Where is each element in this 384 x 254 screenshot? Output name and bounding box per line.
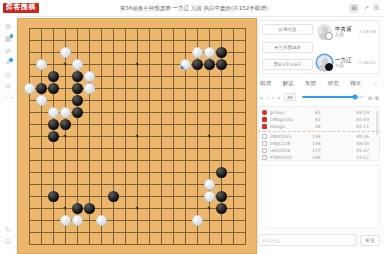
go-board-grid[interactable] xyxy=(23,22,251,250)
black-stone xyxy=(216,203,227,214)
player-rank: 九段 xyxy=(335,63,352,68)
list-item-name: LHQ2016 xyxy=(270,148,306,153)
black-stone xyxy=(192,59,203,70)
black-stone xyxy=(216,167,227,178)
white-stone xyxy=(204,191,215,202)
app-logo: 弈客围棋 xyxy=(3,3,39,13)
black-stone xyxy=(72,107,83,118)
message-icon[interactable]: ✉ xyxy=(5,84,11,91)
share-icon[interactable]: ↗ xyxy=(363,5,369,12)
tv-icon xyxy=(262,141,267,146)
list-item[interactable]: ZMN103513840:26 xyxy=(262,133,376,140)
top-bar: 弈客围棋 第36届春兰杯预选赛 一力辽 九段 执白中盘胜(共152手棋谱) ▣↗… xyxy=(0,0,384,17)
info-buttons: 对局信息 春兰杯预选赛 黑贴3又3/4子 xyxy=(262,24,313,70)
tab-5[interactable]: 聊天 xyxy=(350,80,361,87)
black-stone xyxy=(48,119,59,130)
list-item-name: ZMN1035 xyxy=(270,134,306,139)
list-item-count: 126 xyxy=(309,141,321,146)
white-stone xyxy=(96,215,107,226)
compare-icon[interactable]: ⇄ xyxy=(5,48,11,55)
list-item-time: 45:03 xyxy=(356,117,369,122)
black-stone xyxy=(84,203,95,214)
toolbar-bottom-group: ↻⊡ xyxy=(5,227,11,254)
player-row-black: 一力辽 九段 2:46:02 xyxy=(317,55,376,70)
territory-icon[interactable]: ⊙ xyxy=(5,72,11,79)
move-slider[interactable] xyxy=(302,96,363,98)
list-item-name: golaxy xyxy=(270,110,306,115)
list-scrollbar[interactable] xyxy=(376,111,379,135)
avatar xyxy=(317,24,332,39)
black-stone xyxy=(204,59,215,70)
list-item-count: 138 xyxy=(309,134,321,139)
player-row-white: 申真谞 九段 2:58:46 xyxy=(317,24,376,39)
zoom-in-icon[interactable]: ⊕ xyxy=(373,95,380,101)
tab-4[interactable]: 研究 xyxy=(328,80,339,87)
last-move-icon[interactable]: » xyxy=(275,94,282,101)
go-board[interactable] xyxy=(17,18,257,254)
white-stone xyxy=(36,59,47,70)
game-title: 第36届春兰杯预选赛 一力辽 九段 执白中盘胜(共152手棋谱) xyxy=(39,5,349,12)
list-item[interactable]: DWJC12812638:05 xyxy=(262,140,376,147)
tab-2[interactable]: 解说 xyxy=(283,80,294,87)
list-item-time: 48:19 xyxy=(356,110,369,115)
list-item[interactable]: LHQ201611935:47 xyxy=(262,147,376,154)
list-item-count: 119 xyxy=(309,148,321,153)
player-rank: 九段 xyxy=(335,32,352,37)
white-stone xyxy=(192,215,203,226)
chat-input-row: 发送 xyxy=(258,234,380,246)
list-item-name: XYWQ555 xyxy=(270,155,306,160)
white-stone xyxy=(72,59,83,70)
player-meta: 申真谞 九段 xyxy=(335,26,352,37)
white-stone xyxy=(60,215,71,226)
white-stone xyxy=(60,47,71,58)
player-clock: 2:46:02 xyxy=(359,60,376,65)
list-item-name: DWJC128 xyxy=(270,141,306,146)
black-stone xyxy=(60,119,71,130)
chat-input[interactable] xyxy=(258,234,357,246)
list-item-count: 108 xyxy=(309,155,321,160)
last-move-marker xyxy=(181,65,185,69)
control-right-icons: ⊖⊕ xyxy=(367,94,380,101)
info-button-1[interactable]: 对局信息 xyxy=(262,24,313,35)
notification-badge xyxy=(9,58,13,62)
chat-area xyxy=(258,165,380,229)
tv-icon xyxy=(262,148,267,153)
header-icons: ▣↗⊞ xyxy=(349,4,379,13)
avatar xyxy=(317,55,332,70)
first-move-icon[interactable]: « xyxy=(258,94,265,101)
black-stone xyxy=(216,47,227,58)
list-item-count: 42 xyxy=(309,117,321,122)
white-stone xyxy=(72,215,83,226)
white-stone xyxy=(24,83,35,94)
list-item-time: 33:12 xyxy=(356,155,369,160)
white-stone xyxy=(48,107,59,118)
list-item-time: 35:47 xyxy=(356,148,369,153)
tv-icon xyxy=(262,134,267,139)
list-item-time: 42:11 xyxy=(356,124,369,129)
black-stone xyxy=(36,83,47,94)
notification-badge xyxy=(10,34,14,38)
viewer-list: golaxy4548:19CMagnolia4245:03katago3842:… xyxy=(258,106,380,161)
playback-controls: «‹›» 40 ⊖⊕ xyxy=(258,93,380,101)
list-item[interactable]: golaxy4548:19 xyxy=(262,109,376,116)
white-stone xyxy=(180,59,191,70)
fullscreen-icon[interactable]: ⊞ xyxy=(373,5,379,12)
list-item[interactable]: CMagnolia4245:03 xyxy=(262,116,376,123)
white-stone xyxy=(84,83,95,94)
list-item-count: 38 xyxy=(309,124,321,129)
list-item-name: katago xyxy=(270,124,306,129)
white-stone xyxy=(36,95,47,106)
current-position-divider xyxy=(248,131,380,132)
black-stone xyxy=(48,83,59,94)
list-item[interactable]: XYWQ55510833:12 xyxy=(262,154,376,161)
tv-icon xyxy=(262,155,267,160)
black-stone xyxy=(72,203,83,214)
black-stone xyxy=(48,131,59,142)
white-stone xyxy=(84,71,95,82)
red-dot-icon xyxy=(262,110,267,115)
white-stone-badge xyxy=(325,32,333,40)
black-stone xyxy=(216,191,227,202)
tab-3[interactable]: 形势 xyxy=(305,80,316,87)
toolbar-top-group: ⚙▦⇄✦⊙✉ xyxy=(5,16,12,91)
list-item-name: CMagnolia xyxy=(270,117,306,122)
black-stone xyxy=(108,191,119,202)
white-stone xyxy=(204,47,215,58)
players: 申真谞 九段 2:58:46 一力辽 九段 2:46:02 xyxy=(313,24,376,70)
red-square-icon xyxy=(262,124,267,129)
tab-6[interactable]: ··· xyxy=(373,81,378,87)
app-window: 弈客围棋 第36届春兰杯预选赛 一力辽 九段 执白中盘胜(共152手棋谱) ▣↗… xyxy=(0,0,384,254)
list-item-count: 45 xyxy=(309,110,321,115)
black-stone xyxy=(48,191,59,202)
left-toolbar: ⚙▦⇄✦⊙✉ ↻⊡ xyxy=(0,16,16,254)
info-button-3[interactable]: 黑贴3又3/4子 xyxy=(262,59,313,70)
panel-tabs: 棋谱解说形势研究聊天··· xyxy=(260,80,378,87)
list-item[interactable]: katago3842:11 xyxy=(262,123,376,130)
fullscreen-board-icon[interactable]: ⊡ xyxy=(5,239,11,246)
right-panel: 对局信息 春兰杯预选赛 黑贴3又3/4子 申真谞 九段 2:58:46 xyxy=(258,20,380,250)
list-item-time: 38:05 xyxy=(356,141,369,146)
list-item-time: 40:26 xyxy=(356,134,369,139)
black-stone xyxy=(72,83,83,94)
layout-icon[interactable]: ▣ xyxy=(349,4,360,13)
player-clock: 2:58:46 xyxy=(359,29,376,34)
player-meta: 一力辽 九段 xyxy=(335,57,352,68)
slider-knob[interactable] xyxy=(353,95,358,100)
white-stone xyxy=(204,179,215,190)
move-number-box[interactable]: 40 xyxy=(284,93,296,101)
refresh-icon[interactable]: ↻ xyxy=(5,227,11,234)
game-info-card: 对局信息 春兰杯预选赛 黑贴3又3/4子 申真谞 九段 2:58:46 xyxy=(258,20,380,74)
game-record-icon[interactable]: ▦ xyxy=(5,36,12,43)
black-stone xyxy=(72,95,83,106)
send-button[interactable]: 发送 xyxy=(360,235,380,246)
black-stone-badge xyxy=(325,63,333,71)
ai-analysis-icon[interactable]: ✦ xyxy=(5,60,11,67)
info-button-2[interactable]: 春兰杯预选赛 xyxy=(262,42,313,53)
tab-1[interactable]: 棋谱 xyxy=(260,80,271,87)
settings-icon[interactable]: ⚙ xyxy=(5,24,11,31)
toolbar-divider xyxy=(4,97,13,98)
black-stone xyxy=(216,59,227,70)
black-stone xyxy=(48,71,59,82)
white-stone xyxy=(192,47,203,58)
red-square-icon xyxy=(262,117,267,122)
black-stone xyxy=(72,71,83,82)
nav-buttons: «‹›» xyxy=(258,94,282,101)
white-stone xyxy=(60,107,71,118)
